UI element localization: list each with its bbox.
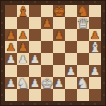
frame-stud	[34, 103, 36, 105]
silver-pawn-e2[interactable]: ♟	[54, 78, 64, 89]
square-d8[interactable]	[41, 5, 53, 17]
square-b6[interactable]: ♟	[17, 29, 29, 41]
square-e2[interactable]: ♟	[53, 77, 65, 89]
silver-pawn-c2[interactable]: ♟	[30, 78, 40, 89]
square-d2[interactable]: ♚	[41, 77, 53, 89]
square-d4[interactable]	[41, 53, 53, 65]
silver-queen-g7[interactable]: ♛	[77, 16, 90, 30]
orange-pawn-b5[interactable]: ♟	[18, 42, 28, 53]
square-g6[interactable]	[77, 29, 89, 41]
square-b2[interactable]: ♞	[17, 77, 29, 89]
square-g7[interactable]: ♛	[77, 17, 89, 29]
square-c7[interactable]	[29, 17, 41, 29]
frame-stud	[70, 1, 72, 3]
frame-stud	[103, 82, 105, 84]
square-e4[interactable]	[53, 53, 65, 65]
frame-stud	[1, 46, 3, 48]
square-c5[interactable]	[29, 41, 41, 53]
orange-knight-g8[interactable]: ♞	[77, 4, 90, 18]
square-f2[interactable]	[65, 77, 77, 89]
frame-stud	[1, 22, 3, 24]
frame-stud	[34, 1, 36, 3]
orange-pawn-h6[interactable]: ♟	[90, 30, 100, 41]
orange-king-e8[interactable]: ♚	[53, 4, 66, 18]
square-f6[interactable]	[65, 29, 77, 41]
orange-bishop-b8[interactable]: ♝	[17, 4, 30, 18]
square-c2[interactable]: ♟	[29, 77, 41, 89]
chess-board[interactable]: ♝♚♞♟♛♟♟♟♟♟♟♝♟♟♟♟♟♟♞♟♚♟♞	[5, 5, 101, 101]
square-e6[interactable]: ♟	[53, 29, 65, 41]
square-g1[interactable]	[77, 89, 89, 101]
square-d3[interactable]	[41, 65, 53, 77]
square-f8[interactable]	[65, 5, 77, 17]
frame-stud	[103, 22, 105, 24]
square-c4[interactable]: ♟	[29, 53, 41, 65]
frame-stud	[58, 1, 60, 3]
frame-stud	[94, 1, 96, 3]
square-a3[interactable]	[5, 65, 17, 77]
frame-stud	[70, 103, 72, 105]
frame-stud	[46, 1, 48, 3]
square-h1[interactable]	[89, 89, 101, 101]
square-c1[interactable]	[29, 89, 41, 101]
square-h4[interactable]	[89, 53, 101, 65]
square-b8[interactable]: ♝	[17, 5, 29, 17]
orange-pawn-a6[interactable]: ♟	[6, 30, 16, 41]
frame-stud	[1, 94, 3, 96]
square-h8[interactable]	[89, 5, 101, 17]
silver-pawn-a2[interactable]: ♟	[6, 78, 16, 89]
frame-stud	[94, 103, 96, 105]
frame-stud	[10, 1, 12, 3]
square-g2[interactable]: ♞	[77, 77, 89, 89]
square-a2[interactable]: ♟	[5, 77, 17, 89]
orange-pawn-a5[interactable]: ♟	[6, 42, 16, 53]
square-d7[interactable]: ♟	[41, 17, 53, 29]
silver-bishop-h5[interactable]: ♝	[89, 40, 102, 54]
silver-king-d2[interactable]: ♚	[41, 76, 54, 90]
square-f4[interactable]	[65, 53, 77, 65]
square-f1[interactable]	[65, 89, 77, 101]
square-e3[interactable]	[53, 65, 65, 77]
frame-stud	[103, 10, 105, 12]
frame-stud	[58, 103, 60, 105]
square-e7[interactable]	[53, 17, 65, 29]
frame-stud	[1, 70, 3, 72]
square-e5[interactable]	[53, 41, 65, 53]
silver-pawn-c4[interactable]: ♟	[30, 54, 40, 65]
square-b3[interactable]	[17, 65, 29, 77]
square-a5[interactable]: ♟	[5, 41, 17, 53]
square-h7[interactable]	[89, 17, 101, 29]
square-a1[interactable]	[5, 89, 17, 101]
square-h3[interactable]: ♟	[89, 65, 101, 77]
frame-stud	[103, 46, 105, 48]
square-e8[interactable]: ♚	[53, 5, 65, 17]
square-f5[interactable]	[65, 41, 77, 53]
orange-pawn-d7[interactable]: ♟	[42, 18, 52, 29]
square-g4[interactable]	[77, 53, 89, 65]
square-h6[interactable]: ♟	[89, 29, 101, 41]
frame-stud	[1, 82, 3, 84]
silver-pawn-a4[interactable]: ♟	[6, 54, 16, 65]
frame-stud	[46, 103, 48, 105]
frame-stud	[103, 70, 105, 72]
square-f7[interactable]	[65, 17, 77, 29]
frame-stud	[82, 1, 84, 3]
square-c8[interactable]	[29, 5, 41, 17]
square-a7[interactable]	[5, 17, 17, 29]
square-d6[interactable]	[41, 29, 53, 41]
frame-stud	[1, 34, 3, 36]
square-b5[interactable]: ♟	[17, 41, 29, 53]
orange-pawn-e6[interactable]: ♟	[54, 30, 64, 41]
square-a8[interactable]	[5, 5, 17, 17]
frame-stud	[103, 94, 105, 96]
frame-stud	[103, 34, 105, 36]
frame-stud	[1, 10, 3, 12]
square-c6[interactable]	[29, 29, 41, 41]
square-b1[interactable]	[17, 89, 29, 101]
silver-pawn-b4[interactable]: ♟	[18, 54, 28, 65]
square-g8[interactable]: ♞	[77, 5, 89, 17]
orange-pawn-b6[interactable]: ♟	[18, 30, 28, 41]
silver-pawn-f3[interactable]: ♟	[66, 66, 76, 77]
square-b7[interactable]	[17, 17, 29, 29]
square-f3[interactable]: ♟	[65, 65, 77, 77]
silver-pawn-h3[interactable]: ♟	[90, 66, 100, 77]
square-d5[interactable]	[41, 41, 53, 53]
square-g5[interactable]	[77, 41, 89, 53]
square-g3[interactable]	[77, 65, 89, 77]
square-a4[interactable]: ♟	[5, 53, 17, 65]
square-d1[interactable]	[41, 89, 53, 101]
frame-stud	[103, 58, 105, 60]
square-e1[interactable]	[53, 89, 65, 101]
silver-knight-b2[interactable]: ♞	[17, 76, 30, 90]
silver-knight-g2[interactable]: ♞	[77, 76, 90, 90]
frame-stud	[1, 58, 3, 60]
square-a6[interactable]: ♟	[5, 29, 17, 41]
frame-stud	[22, 103, 24, 105]
frame-stud	[10, 103, 12, 105]
square-h5[interactable]: ♝	[89, 41, 101, 53]
chess-app-screenshot: ♝♚♞♟♛♟♟♟♟♟♟♝♟♟♟♟♟♟♞♟♚♟♞	[0, 0, 106, 106]
frame-stud	[82, 103, 84, 105]
square-h2[interactable]	[89, 77, 101, 89]
square-b4[interactable]: ♟	[17, 53, 29, 65]
square-c3[interactable]	[29, 65, 41, 77]
frame-stud	[22, 1, 24, 3]
